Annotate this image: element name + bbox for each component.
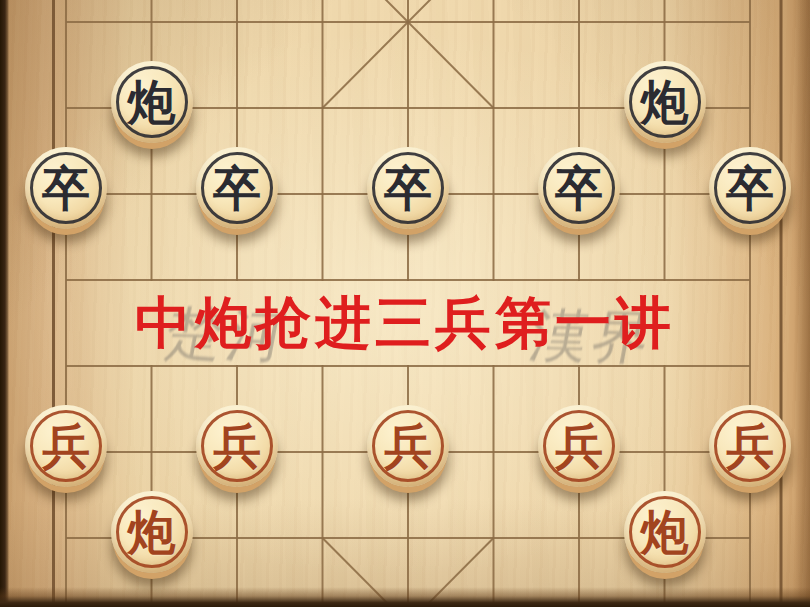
piece-red-cannon-right[interactable]: 炮 — [624, 491, 706, 573]
piece-glyph: 卒 — [555, 164, 603, 212]
piece-red-pawn-1[interactable]: 兵 — [25, 405, 107, 487]
piece-glyph: 兵 — [384, 422, 432, 470]
piece-red-pawn-2[interactable]: 兵 — [196, 405, 278, 487]
piece-red-pawn-5[interactable]: 兵 — [709, 405, 791, 487]
piece-black-cannon-right[interactable]: 炮 — [624, 61, 706, 143]
piece-black-cannon-left[interactable]: 炮 — [111, 61, 193, 143]
piece-glyph: 炮 — [128, 78, 176, 126]
video-overlay-title: 中炮抢进三兵第一讲 — [0, 294, 810, 352]
piece-black-pawn-5[interactable]: 卒 — [709, 147, 791, 229]
piece-glyph: 炮 — [128, 508, 176, 556]
piece-glyph: 卒 — [213, 164, 261, 212]
piece-red-pawn-3[interactable]: 兵 — [367, 405, 449, 487]
piece-glyph: 兵 — [213, 422, 261, 470]
piece-red-pawn-4[interactable]: 兵 — [538, 405, 620, 487]
piece-glyph: 卒 — [384, 164, 432, 212]
piece-red-cannon-left[interactable]: 炮 — [111, 491, 193, 573]
piece-glyph: 卒 — [726, 164, 774, 212]
xiangqi-board-viewport[interactable]: 楚河 漢界 炮炮卒卒卒卒卒兵兵兵兵兵炮炮 中炮抢进三兵第一讲 — [0, 0, 810, 607]
piece-glyph: 卒 — [42, 164, 90, 212]
piece-glyph: 兵 — [555, 422, 603, 470]
piece-black-pawn-2[interactable]: 卒 — [196, 147, 278, 229]
board-bottom-edge-shadow — [0, 587, 810, 607]
piece-glyph: 兵 — [726, 422, 774, 470]
piece-black-pawn-4[interactable]: 卒 — [538, 147, 620, 229]
piece-black-pawn-3[interactable]: 卒 — [367, 147, 449, 229]
piece-glyph: 炮 — [641, 78, 689, 126]
piece-black-pawn-1[interactable]: 卒 — [25, 147, 107, 229]
piece-glyph: 兵 — [42, 422, 90, 470]
piece-glyph: 炮 — [641, 508, 689, 556]
